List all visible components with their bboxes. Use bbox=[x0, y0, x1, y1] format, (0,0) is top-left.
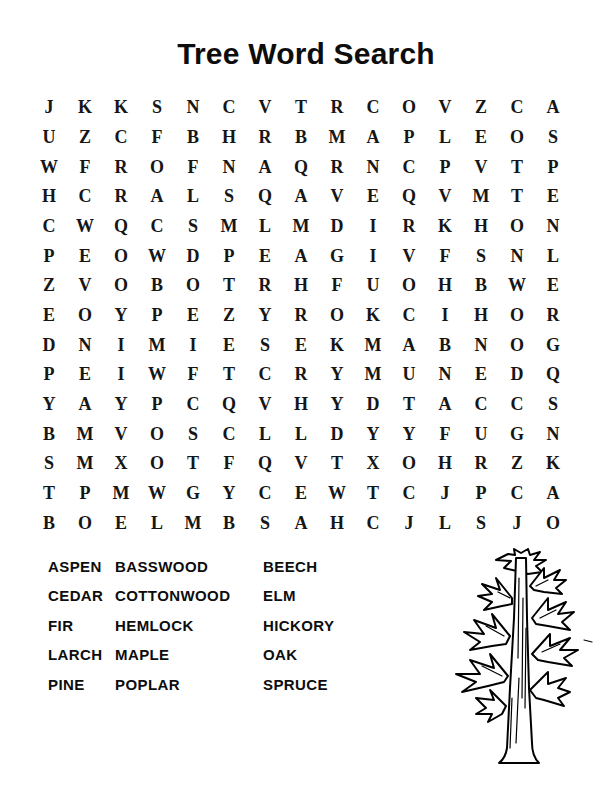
grid-cell-r12c1[interactable]: B bbox=[31, 419, 67, 449]
grid-cell-r12c4[interactable]: O bbox=[139, 419, 175, 449]
grid-cell-r11c5[interactable]: C bbox=[175, 390, 211, 420]
grid-cell-r10c7[interactable]: C bbox=[247, 360, 283, 390]
grid-cell-r2c8[interactable]: B bbox=[283, 123, 319, 153]
grid-cell-r2c5[interactable]: B bbox=[175, 123, 211, 153]
grid-cell-r13c14[interactable]: Z bbox=[499, 449, 535, 479]
grid-cell-r15c11[interactable]: J bbox=[391, 508, 427, 538]
grid-cell-r6c1[interactable]: P bbox=[31, 241, 67, 271]
grid-cell-r15c15[interactable]: O bbox=[535, 508, 571, 538]
grid-cell-r1c12[interactable]: V bbox=[427, 93, 463, 123]
grid-cell-r10c12[interactable]: N bbox=[427, 360, 463, 390]
grid-cell-r9c12[interactable]: B bbox=[427, 330, 463, 360]
grid-cell-r3c12[interactable]: P bbox=[427, 152, 463, 182]
grid-cell-r6c5[interactable]: D bbox=[175, 241, 211, 271]
grid-cell-r15c6[interactable]: B bbox=[211, 508, 247, 538]
word-larch: LARCH bbox=[48, 646, 115, 663]
grid-cell-r9c14[interactable]: O bbox=[499, 330, 535, 360]
grid-cell-r12c2[interactable]: M bbox=[67, 419, 103, 449]
grid-cell-r12c10[interactable]: Y bbox=[355, 419, 391, 449]
grid-cell-r7c4[interactable]: B bbox=[139, 271, 175, 301]
word-fir: FIR bbox=[48, 617, 115, 634]
grid-cell-r10c2[interactable]: E bbox=[67, 360, 103, 390]
grid-cell-r5c4[interactable]: C bbox=[139, 212, 175, 242]
grid-cell-r15c7[interactable]: S bbox=[247, 508, 283, 538]
word-beech: BEECH bbox=[263, 558, 334, 575]
grid-cell-r7c1[interactable]: Z bbox=[31, 271, 67, 301]
grid-cell-r3c8[interactable]: Q bbox=[283, 152, 319, 182]
grid-cell-r3c7[interactable]: A bbox=[247, 152, 283, 182]
grid-cell-r14c15[interactable]: A bbox=[535, 479, 571, 509]
grid-cell-r8c15[interactable]: R bbox=[535, 301, 571, 331]
grid-cell-r12c9[interactable]: D bbox=[319, 419, 355, 449]
grid-cell-r1c9[interactable]: R bbox=[319, 93, 355, 123]
grid-cell-r12c8[interactable]: L bbox=[283, 419, 319, 449]
grid-cell-r2c1[interactable]: U bbox=[31, 123, 67, 153]
grid-cell-r10c6[interactable]: T bbox=[211, 360, 247, 390]
grid-cell-r13c2[interactable]: M bbox=[67, 449, 103, 479]
grid-cell-r7c15[interactable]: E bbox=[535, 271, 571, 301]
grid-cell-r5c11[interactable]: R bbox=[391, 212, 427, 242]
word-list: ASPENBASSWOODBEECHCEDARCOTTONWOODELMFIRH… bbox=[48, 558, 334, 705]
grid-cell-r14c5[interactable]: G bbox=[175, 479, 211, 509]
tree-branch-left-3 bbox=[456, 654, 508, 692]
grid-cell-r3c13[interactable]: V bbox=[463, 152, 499, 182]
grid-cell-r10c8[interactable]: R bbox=[283, 360, 319, 390]
word-maple: MAPLE bbox=[115, 646, 263, 663]
grid-cell-r4c9[interactable]: V bbox=[319, 182, 355, 212]
grid-cell-r2c9[interactable]: M bbox=[319, 123, 355, 153]
grid-cell-r1c14[interactable]: C bbox=[499, 93, 535, 123]
grid-cell-r11c14[interactable]: C bbox=[499, 390, 535, 420]
grid-cell-r13c6[interactable]: F bbox=[211, 449, 247, 479]
grid-cell-r1c8[interactable]: T bbox=[283, 93, 319, 123]
grid-cell-r12c5[interactable]: S bbox=[175, 419, 211, 449]
grid-cell-r12c15[interactable]: N bbox=[535, 419, 571, 449]
grid-cell-r10c5[interactable]: F bbox=[175, 360, 211, 390]
grid-cell-r4c14[interactable]: T bbox=[499, 182, 535, 212]
grid-cell-r2c4[interactable]: F bbox=[139, 123, 175, 153]
grid-cell-r3c15[interactable]: P bbox=[535, 152, 571, 182]
grid-cell-r4c4[interactable]: A bbox=[139, 182, 175, 212]
grid-cell-r3c9[interactable]: R bbox=[319, 152, 355, 182]
grid-cell-r2c7[interactable]: R bbox=[247, 123, 283, 153]
word-oak: OAK bbox=[263, 646, 334, 663]
grid-cell-r14c4[interactable]: W bbox=[139, 479, 175, 509]
grid-cell-r4c7[interactable]: Q bbox=[247, 182, 283, 212]
grid-cell-r9c9[interactable]: K bbox=[319, 330, 355, 360]
grid-cell-r14c3[interactable]: M bbox=[103, 479, 139, 509]
grid-cell-r6c2[interactable]: E bbox=[67, 241, 103, 271]
grid-cell-r5c13[interactable]: H bbox=[463, 212, 499, 242]
grid-cell-r10c1[interactable]: P bbox=[31, 360, 67, 390]
grid-cell-r12c13[interactable]: U bbox=[463, 419, 499, 449]
tree-branch-left-4 bbox=[476, 690, 506, 722]
grid-cell-r9c15[interactable]: G bbox=[535, 330, 571, 360]
grid-cell-r11c2[interactable]: A bbox=[67, 390, 103, 420]
grid-cell-r10c9[interactable]: Y bbox=[319, 360, 355, 390]
grid-cell-r13c3[interactable]: X bbox=[103, 449, 139, 479]
grid-cell-r6c9[interactable]: G bbox=[319, 241, 355, 271]
grid-cell-r8c2[interactable]: O bbox=[67, 301, 103, 331]
grid-cell-r14c7[interactable]: C bbox=[247, 479, 283, 509]
grid-cell-r11c3[interactable]: Y bbox=[103, 390, 139, 420]
grid-cell-r8c12[interactable]: I bbox=[427, 301, 463, 331]
grid-cell-r1c4[interactable]: S bbox=[139, 93, 175, 123]
grid-cell-r9c1[interactable]: D bbox=[31, 330, 67, 360]
grid-cell-r13c12[interactable]: H bbox=[427, 449, 463, 479]
grid-cell-r8c1[interactable]: E bbox=[31, 301, 67, 331]
grid-cell-r7c12[interactable]: H bbox=[427, 271, 463, 301]
grid-cell-r7c9[interactable]: F bbox=[319, 271, 355, 301]
grid-cell-r15c3[interactable]: E bbox=[103, 508, 139, 538]
word-cottonwood: COTTONWOOD bbox=[115, 587, 263, 604]
grid-cell-r14c1[interactable]: T bbox=[31, 479, 67, 509]
grid-cell-r10c4[interactable]: W bbox=[139, 360, 175, 390]
grid-cell-r7c11[interactable]: O bbox=[391, 271, 427, 301]
grid-cell-r6c13[interactable]: S bbox=[463, 241, 499, 271]
grid-cell-r7c3[interactable]: O bbox=[103, 271, 139, 301]
grid-cell-r6c10[interactable]: I bbox=[355, 241, 391, 271]
tree-branch-left-1 bbox=[478, 578, 512, 610]
grid-cell-r4c11[interactable]: Q bbox=[391, 182, 427, 212]
grid-cell-r14c6[interactable]: Y bbox=[211, 479, 247, 509]
grid-cell-r1c6[interactable]: C bbox=[211, 93, 247, 123]
grid-cell-r7c6[interactable]: T bbox=[211, 271, 247, 301]
grid-cell-r6c14[interactable]: N bbox=[499, 241, 535, 271]
grid-cell-r5c15[interactable]: N bbox=[535, 212, 571, 242]
pine-tree-illustration bbox=[448, 548, 610, 780]
grid-cell-r15c5[interactable]: M bbox=[175, 508, 211, 538]
grid-cell-r13c1[interactable]: S bbox=[31, 449, 67, 479]
grid-cell-r7c2[interactable]: V bbox=[67, 271, 103, 301]
tree-branch-right-3 bbox=[532, 634, 578, 666]
grid-cell-r8c7[interactable]: Y bbox=[247, 301, 283, 331]
grid-cell-r5c5[interactable]: S bbox=[175, 212, 211, 242]
grid-cell-r3c6[interactable]: N bbox=[211, 152, 247, 182]
grid-cell-r9c7[interactable]: S bbox=[247, 330, 283, 360]
grid-cell-r5c7[interactable]: L bbox=[247, 212, 283, 242]
grid-cell-r10c14[interactable]: D bbox=[499, 360, 535, 390]
grid-cell-r15c8[interactable]: A bbox=[283, 508, 319, 538]
grid-cell-r8c13[interactable]: H bbox=[463, 301, 499, 331]
grid-cell-r14c8[interactable]: E bbox=[283, 479, 319, 509]
grid-cell-r1c5[interactable]: N bbox=[175, 93, 211, 123]
word-basswood: BASSWOOD bbox=[115, 558, 263, 575]
grid-cell-r12c14[interactable]: G bbox=[499, 419, 535, 449]
grid-cell-r2c6[interactable]: H bbox=[211, 123, 247, 153]
grid-cell-r4c8[interactable]: A bbox=[283, 182, 319, 212]
grid-cell-r9c4[interactable]: M bbox=[139, 330, 175, 360]
grid-cell-r14c13[interactable]: P bbox=[463, 479, 499, 509]
word-cedar: CEDAR bbox=[48, 587, 115, 604]
grid-cell-r12c12[interactable]: F bbox=[427, 419, 463, 449]
grid-cell-r6c8[interactable]: A bbox=[283, 241, 319, 271]
grid-cell-r9c10[interactable]: M bbox=[355, 330, 391, 360]
grid-cell-r2c14[interactable]: O bbox=[499, 123, 535, 153]
grid-cell-r8c10[interactable]: K bbox=[355, 301, 391, 331]
grid-cell-r11c4[interactable]: P bbox=[139, 390, 175, 420]
grid-cell-r1c3[interactable]: K bbox=[103, 93, 139, 123]
grid-cell-r13c11[interactable]: O bbox=[391, 449, 427, 479]
grid-cell-r14c2[interactable]: P bbox=[67, 479, 103, 509]
grid-cell-r8c5[interactable]: E bbox=[175, 301, 211, 331]
word-elm: ELM bbox=[263, 587, 334, 604]
grid-cell-r9c2[interactable]: N bbox=[67, 330, 103, 360]
grid-cell-r10c11[interactable]: U bbox=[391, 360, 427, 390]
grid-cell-r6c12[interactable]: F bbox=[427, 241, 463, 271]
grid-cell-r13c4[interactable]: O bbox=[139, 449, 175, 479]
grid-cell-r2c2[interactable]: Z bbox=[67, 123, 103, 153]
grid-cell-r14c10[interactable]: T bbox=[355, 479, 391, 509]
grid-cell-r4c6[interactable]: S bbox=[211, 182, 247, 212]
grid-cell-r1c2[interactable]: K bbox=[67, 93, 103, 123]
grid-cell-r3c1[interactable]: W bbox=[31, 152, 67, 182]
grid-cell-r13c8[interactable]: V bbox=[283, 449, 319, 479]
grid-cell-r3c4[interactable]: O bbox=[139, 152, 175, 182]
worksheet-page: Tree Word Search JKKSNCVTRCOVZCAUZCFBHRB… bbox=[0, 0, 612, 792]
grid-cell-r6c15[interactable]: L bbox=[535, 241, 571, 271]
grid-cell-r15c12[interactable]: L bbox=[427, 508, 463, 538]
grid-cell-r4c15[interactable]: E bbox=[535, 182, 571, 212]
grid-cell-r3c5[interactable]: F bbox=[175, 152, 211, 182]
grid-cell-r7c8[interactable]: H bbox=[283, 271, 319, 301]
grid-cell-r4c2[interactable]: C bbox=[67, 182, 103, 212]
grid-cell-r12c6[interactable]: C bbox=[211, 419, 247, 449]
grid-cell-r13c9[interactable]: T bbox=[319, 449, 355, 479]
grid-cell-r14c11[interactable]: C bbox=[391, 479, 427, 509]
grid-cell-r11c1[interactable]: Y bbox=[31, 390, 67, 420]
grid-cell-r9c3[interactable]: I bbox=[103, 330, 139, 360]
grid-cell-r8c9[interactable]: O bbox=[319, 301, 355, 331]
grid-cell-r6c11[interactable]: V bbox=[391, 241, 427, 271]
grid-cell-r7c5[interactable]: O bbox=[175, 271, 211, 301]
grid-cell-r11c9[interactable]: Y bbox=[319, 390, 355, 420]
grid-cell-r2c10[interactable]: A bbox=[355, 123, 391, 153]
grid-cell-r5c1[interactable]: C bbox=[31, 212, 67, 242]
grid-cell-r7c14[interactable]: W bbox=[499, 271, 535, 301]
grid-cell-r2c11[interactable]: P bbox=[391, 123, 427, 153]
grid-cell-r7c13[interactable]: B bbox=[463, 271, 499, 301]
grid-cell-r14c14[interactable]: C bbox=[499, 479, 535, 509]
letter-grid: JKKSNCVTRCOVZCAUZCFBHRBMAPLEOSWFROFNAQRN… bbox=[31, 93, 571, 538]
grid-cell-r5c6[interactable]: M bbox=[211, 212, 247, 242]
grid-cell-r13c5[interactable]: T bbox=[175, 449, 211, 479]
grid-cell-r4c12[interactable]: V bbox=[427, 182, 463, 212]
grid-cell-r11c6[interactable]: Q bbox=[211, 390, 247, 420]
grid-cell-r8c6[interactable]: Z bbox=[211, 301, 247, 331]
word-pine: PINE bbox=[48, 676, 115, 693]
grid-cell-r2c12[interactable]: L bbox=[427, 123, 463, 153]
grid-cell-r11c8[interactable]: H bbox=[283, 390, 319, 420]
grid-cell-r2c13[interactable]: E bbox=[463, 123, 499, 153]
grid-cell-r11c15[interactable]: S bbox=[535, 390, 571, 420]
grid-cell-r14c9[interactable]: W bbox=[319, 479, 355, 509]
grid-cell-r5c10[interactable]: I bbox=[355, 212, 391, 242]
grid-cell-r10c10[interactable]: M bbox=[355, 360, 391, 390]
grid-cell-r5c12[interactable]: K bbox=[427, 212, 463, 242]
tree-branch-right-2 bbox=[532, 598, 574, 630]
grid-cell-r8c14[interactable]: O bbox=[499, 301, 535, 331]
grid-cell-r12c7[interactable]: L bbox=[247, 419, 283, 449]
tree-branch-right-4 bbox=[530, 672, 570, 706]
grid-cell-r6c7[interactable]: E bbox=[247, 241, 283, 271]
grid-cell-r5c8[interactable]: M bbox=[283, 212, 319, 242]
word-spruce: SPRUCE bbox=[263, 676, 334, 693]
grid-cell-r3c11[interactable]: C bbox=[391, 152, 427, 182]
grid-cell-r7c7[interactable]: R bbox=[247, 271, 283, 301]
grid-cell-r3c14[interactable]: T bbox=[499, 152, 535, 182]
grid-cell-r11c12[interactable]: A bbox=[427, 390, 463, 420]
grid-cell-r3c2[interactable]: F bbox=[67, 152, 103, 182]
grid-cell-r4c10[interactable]: E bbox=[355, 182, 391, 212]
grid-cell-r15c1[interactable]: B bbox=[31, 508, 67, 538]
grid-cell-r3c10[interactable]: N bbox=[355, 152, 391, 182]
grid-cell-r9c11[interactable]: A bbox=[391, 330, 427, 360]
grid-cell-r7c10[interactable]: U bbox=[355, 271, 391, 301]
grid-cell-r1c10[interactable]: C bbox=[355, 93, 391, 123]
grid-cell-r1c15[interactable]: A bbox=[535, 93, 571, 123]
grid-cell-r4c1[interactable]: H bbox=[31, 182, 67, 212]
grid-cell-r5c3[interactable]: Q bbox=[103, 212, 139, 242]
grid-cell-r4c3[interactable]: R bbox=[103, 182, 139, 212]
grid-cell-r1c7[interactable]: V bbox=[247, 93, 283, 123]
grid-cell-r8c3[interactable]: Y bbox=[103, 301, 139, 331]
grid-cell-r8c4[interactable]: P bbox=[139, 301, 175, 331]
grid-cell-r9c13[interactable]: N bbox=[463, 330, 499, 360]
grid-cell-r6c3[interactable]: O bbox=[103, 241, 139, 271]
grid-cell-r9c6[interactable]: E bbox=[211, 330, 247, 360]
grid-cell-r10c13[interactable]: E bbox=[463, 360, 499, 390]
grid-cell-r1c11[interactable]: O bbox=[391, 93, 427, 123]
word-hickory: HICKORY bbox=[263, 617, 334, 634]
grid-cell-r4c13[interactable]: M bbox=[463, 182, 499, 212]
grid-cell-r13c15[interactable]: K bbox=[535, 449, 571, 479]
grid-cell-r5c9[interactable]: D bbox=[319, 212, 355, 242]
grid-cell-r8c8[interactable]: R bbox=[283, 301, 319, 331]
grid-cell-r14c12[interactable]: J bbox=[427, 479, 463, 509]
grid-cell-r2c3[interactable]: C bbox=[103, 123, 139, 153]
grid-cell-r12c3[interactable]: V bbox=[103, 419, 139, 449]
word-poplar: POPLAR bbox=[115, 676, 263, 693]
grid-cell-r15c9[interactable]: H bbox=[319, 508, 355, 538]
grid-cell-r5c2[interactable]: W bbox=[67, 212, 103, 242]
word-aspen: ASPEN bbox=[48, 558, 115, 575]
grid-cell-r8c11[interactable]: C bbox=[391, 301, 427, 331]
grid-cell-r11c7[interactable]: V bbox=[247, 390, 283, 420]
grid-cell-r3c3[interactable]: R bbox=[103, 152, 139, 182]
grid-cell-r13c10[interactable]: X bbox=[355, 449, 391, 479]
grid-cell-r15c10[interactable]: C bbox=[355, 508, 391, 538]
grid-cell-r9c8[interactable]: E bbox=[283, 330, 319, 360]
grid-cell-r12c11[interactable]: Y bbox=[391, 419, 427, 449]
grid-cell-r1c13[interactable]: Z bbox=[463, 93, 499, 123]
grid-cell-r15c2[interactable]: O bbox=[67, 508, 103, 538]
grid-cell-r13c13[interactable]: R bbox=[463, 449, 499, 479]
grid-cell-r1c1[interactable]: J bbox=[31, 93, 67, 123]
page-title: Tree Word Search bbox=[0, 38, 612, 70]
grid-cell-r11c11[interactable]: T bbox=[391, 390, 427, 420]
word-hemlock: HEMLOCK bbox=[115, 617, 263, 634]
grid-cell-r2c15[interactable]: S bbox=[535, 123, 571, 153]
grid-cell-r10c15[interactable]: Q bbox=[535, 360, 571, 390]
tree-branch-left-2 bbox=[464, 614, 510, 650]
grid-cell-r15c13[interactable]: S bbox=[463, 508, 499, 538]
grid-cell-r15c14[interactable]: J bbox=[499, 508, 535, 538]
grid-cell-r9c5[interactable]: I bbox=[175, 330, 211, 360]
grid-cell-r6c4[interactable]: W bbox=[139, 241, 175, 271]
grid-cell-r11c13[interactable]: C bbox=[463, 390, 499, 420]
grid-cell-r10c3[interactable]: I bbox=[103, 360, 139, 390]
grid-cell-r15c4[interactable]: L bbox=[139, 508, 175, 538]
grid-cell-r11c10[interactable]: D bbox=[355, 390, 391, 420]
grid-cell-r5c14[interactable]: O bbox=[499, 212, 535, 242]
grid-cell-r13c7[interactable]: Q bbox=[247, 449, 283, 479]
grid-cell-r6c6[interactable]: P bbox=[211, 241, 247, 271]
grid-cell-r4c5[interactable]: L bbox=[175, 182, 211, 212]
